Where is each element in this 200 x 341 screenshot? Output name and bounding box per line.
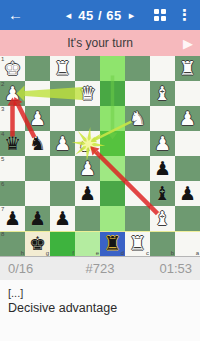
square-c5[interactable] xyxy=(125,156,150,181)
black-pawn-e6[interactable]: ♟ xyxy=(75,181,100,206)
square-f5[interactable] xyxy=(50,156,75,181)
square-a5[interactable] xyxy=(175,156,200,181)
white-queen-e2[interactable]: ♛ xyxy=(75,81,100,106)
square-c6[interactable] xyxy=(125,181,150,206)
square-e7[interactable] xyxy=(75,206,100,231)
overflow-menu-icon[interactable]: ⋮ xyxy=(177,0,192,30)
stats-bar: 0/16 #723 01:53 xyxy=(0,257,200,281)
rank-label: 5 xyxy=(1,156,4,162)
square-a8[interactable]: a xyxy=(175,231,200,256)
square-h6[interactable]: 6 xyxy=(0,181,25,206)
square-c4[interactable] xyxy=(125,131,150,156)
moves-ellipsis: [...] xyxy=(8,287,23,299)
square-a2[interactable] xyxy=(175,81,200,106)
white-pawn-b4[interactable]: ♟ xyxy=(150,131,175,156)
square-h8[interactable]: 8h xyxy=(0,231,25,256)
white-bishop-b2[interactable]: ♝ xyxy=(150,81,175,106)
info-panel: [...] Decisive advantage xyxy=(0,280,200,341)
square-g1[interactable] xyxy=(25,56,50,81)
square-b8[interactable]: b xyxy=(150,231,175,256)
file-label: e xyxy=(96,250,99,256)
file-label: h xyxy=(21,250,24,256)
square-d2[interactable] xyxy=(100,81,125,106)
white-rook-c8[interactable]: ♜ xyxy=(125,231,150,256)
turn-banner-text: It's your turn xyxy=(0,30,200,56)
black-queen-h4[interactable]: ♛ xyxy=(0,131,25,156)
timer: 01:53 xyxy=(159,257,192,280)
chess-board[interactable]: 12345678hgfedcba♚♜♜♟♛♝♟♞♟♛♞♟♟♟♟♟♝♟♟♟♟♝♜♜… xyxy=(0,56,200,257)
square-h5[interactable]: 5 xyxy=(0,156,25,181)
square-d5[interactable] xyxy=(100,156,125,181)
white-rook-f1[interactable]: ♜ xyxy=(50,56,75,81)
square-d1[interactable] xyxy=(100,56,125,81)
play-icon[interactable]: ▶ xyxy=(183,36,193,51)
white-pawn-a3[interactable]: ♟ xyxy=(175,106,200,131)
square-b3[interactable] xyxy=(150,106,175,131)
file-label: f xyxy=(72,250,74,256)
square-f2[interactable] xyxy=(50,81,75,106)
white-bishop-b7[interactable]: ♝ xyxy=(150,206,175,231)
square-g2[interactable] xyxy=(25,81,50,106)
black-pawn-g7[interactable]: ♟ xyxy=(25,206,50,231)
square-e1[interactable] xyxy=(75,56,100,81)
top-app-bar: ← ◂ 45 / 65 ▸ ⋮ xyxy=(0,0,200,30)
square-d7[interactable] xyxy=(100,206,125,231)
square-d6[interactable] xyxy=(100,181,125,206)
next-puzzle-icon[interactable]: ▸ xyxy=(129,9,135,22)
black-pawn-f7[interactable]: ♟ xyxy=(50,206,75,231)
square-g6[interactable] xyxy=(25,181,50,206)
puzzle-counter: 45 / 65 xyxy=(78,8,121,23)
file-label: a xyxy=(196,250,199,256)
evaluation-text: Decisive advantage xyxy=(8,301,117,315)
black-pawn-h7[interactable]: ♟ xyxy=(0,206,25,231)
white-king-h1[interactable]: ♚ xyxy=(0,56,25,81)
white-pawn-g3[interactable]: ♟ xyxy=(25,106,50,131)
square-c1[interactable] xyxy=(125,56,150,81)
square-f8[interactable]: f xyxy=(50,231,75,256)
black-knight-g4[interactable]: ♞ xyxy=(25,131,50,156)
black-pawn-a6[interactable]: ♟ xyxy=(175,181,200,206)
square-f3[interactable] xyxy=(50,106,75,131)
previous-puzzle-icon[interactable]: ◂ xyxy=(66,9,72,22)
white-pawn-h2[interactable]: ♟ xyxy=(0,81,25,106)
white-pawn-e5[interactable]: ♟ xyxy=(75,156,100,181)
square-a7[interactable] xyxy=(175,206,200,231)
white-rook-a1[interactable]: ♜ xyxy=(175,56,200,81)
white-knight-c3[interactable]: ♞ xyxy=(125,106,150,131)
square-c2[interactable] xyxy=(125,81,150,106)
file-label: b xyxy=(171,250,174,256)
square-b1[interactable] xyxy=(150,56,175,81)
square-c7[interactable] xyxy=(125,206,150,231)
back-arrow-icon[interactable]: ← xyxy=(8,0,23,30)
black-bishop-b6[interactable]: ♝ xyxy=(150,181,175,206)
hint-piece-icon: ♞ xyxy=(72,134,97,159)
square-d3[interactable] xyxy=(100,106,125,131)
black-pawn-b5[interactable]: ♟ xyxy=(150,156,175,181)
square-f6[interactable] xyxy=(50,181,75,206)
square-d4[interactable] xyxy=(100,131,125,156)
square-h3[interactable]: 3 xyxy=(0,106,25,131)
app-screen: ← ◂ 45 / 65 ▸ ⋮ It's your turn ▶ 1234567… xyxy=(0,0,200,341)
black-king-g8[interactable]: ♚ xyxy=(25,231,50,256)
rank-label: 3 xyxy=(1,106,4,112)
square-g5[interactable] xyxy=(25,156,50,181)
grid-menu-icon[interactable] xyxy=(154,9,166,21)
black-rook-d8[interactable]: ♜ xyxy=(100,231,125,256)
square-e3[interactable] xyxy=(75,106,100,131)
square-e8[interactable]: e xyxy=(75,231,100,256)
turn-banner: It's your turn ▶ xyxy=(0,30,200,56)
square-a4[interactable] xyxy=(175,131,200,156)
rank-label: 6 xyxy=(1,181,4,187)
